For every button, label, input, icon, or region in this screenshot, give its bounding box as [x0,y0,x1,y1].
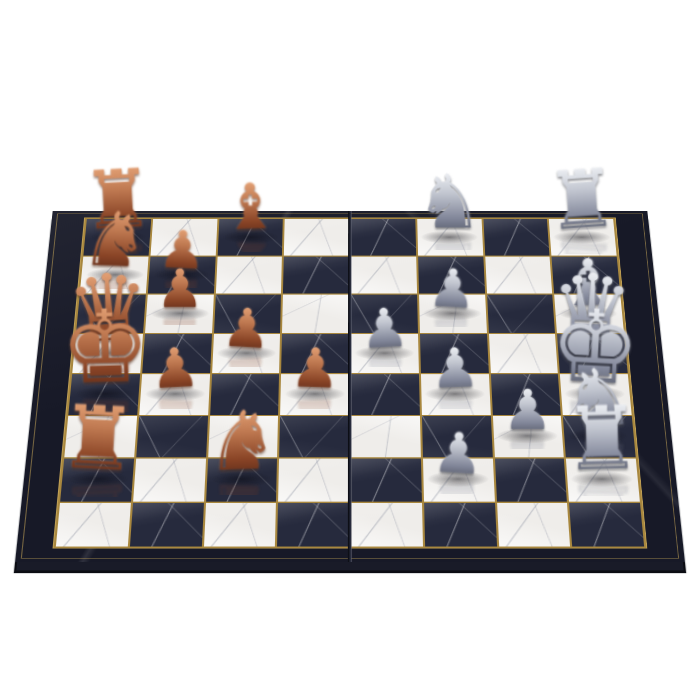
square-f1[interactable] [417,219,483,255]
square-a1[interactable] [83,219,151,255]
square-c4[interactable] [212,334,281,373]
square-g1[interactable] [483,219,550,255]
square-c1[interactable] [217,219,283,255]
square-g3[interactable] [487,295,556,333]
chess-piece-silver-rook-h7[interactable]: ♜♜ [563,394,641,481]
square-g4[interactable] [488,334,558,373]
square-e3[interactable] [351,295,418,333]
square-b2[interactable] [148,256,216,293]
square-e4[interactable] [351,334,419,373]
rook-glyph: ♜ [562,393,642,482]
chess-piece-silver-pawn-g6[interactable]: ♟♟ [503,383,552,438]
pawn-glyph: ♟ [431,424,484,483]
chess-piece-copper-pawn-d5[interactable]: ♟♟ [291,342,340,396]
square-b1[interactable] [150,219,217,255]
square-f2[interactable] [418,256,485,293]
chess-piece-copper-rook-a7[interactable]: ♜♜ [59,394,137,481]
square-d3[interactable] [282,295,349,333]
pawn-glyph: ♟ [503,383,552,438]
chess-piece-silver-pawn-f5[interactable]: ♟♟ [431,342,480,396]
pawn-glyph: ♟ [290,341,341,397]
pawn-glyph: ♟ [149,341,201,398]
square-b3[interactable] [145,295,214,333]
square-c3[interactable] [214,295,282,333]
square-f3[interactable] [419,295,487,333]
square-c2[interactable] [215,256,282,293]
square-e2[interactable] [351,256,417,293]
square-h1[interactable] [549,219,617,255]
chess-piece-silver-pawn-f7[interactable]: ♟♟ [433,426,483,482]
chess-piece-copper-king-a5[interactable]: ♚♚ [60,297,149,397]
knight-glyph: ♞ [204,399,279,482]
chess-piece-copper-pawn-b5[interactable]: ♟♟ [151,342,200,396]
square-e1[interactable] [351,219,416,255]
square-g2[interactable] [485,256,553,293]
pawn-glyph: ♟ [430,341,481,397]
product-photo: ♜♜♞♞♝♝♟♟♟♟♛♛♟♟♚♚♟♟♟♟♞♞♜♜♞♞♜♜♟♟♝♝♟♟♛♛♟♟♚♚… [0,0,700,700]
chess-piece-copper-knight-c7[interactable]: ♞♞ [206,401,278,482]
square-d1[interactable] [284,219,349,255]
king-glyph: ♚ [59,295,151,397]
chess-board: ♜♜♞♞♝♝♟♟♟♟♛♛♟♟♚♚♟♟♟♟♞♞♜♜♞♞♜♜♟♟♝♝♟♟♛♛♟♟♚♚… [15,211,685,562]
rook-glyph: ♜ [57,393,139,484]
square-d2[interactable] [283,256,349,293]
